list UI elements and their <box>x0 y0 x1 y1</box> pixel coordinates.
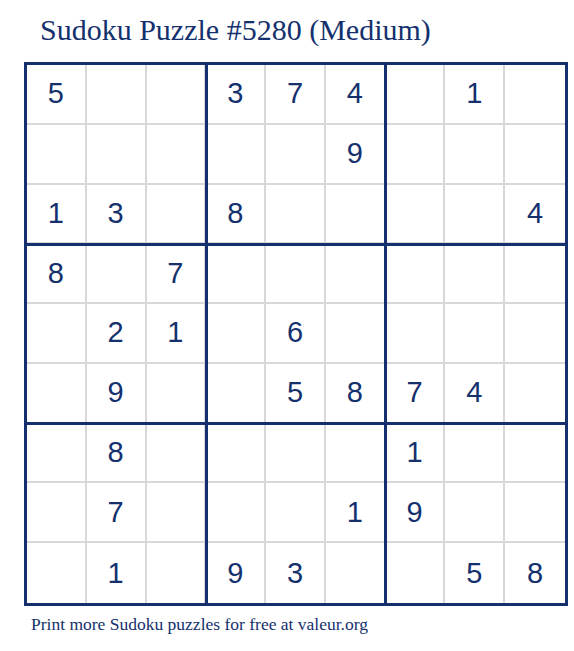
sudoku-cell-r7c4 <box>206 424 266 484</box>
sudoku-cell-r9c2: 1 <box>87 543 147 603</box>
sudoku-cell-r1c2 <box>87 65 147 125</box>
sudoku-cell-r6c3 <box>147 364 207 424</box>
sudoku-cell-r1c1: 5 <box>27 65 87 125</box>
sudoku-cell-r1c4: 3 <box>206 65 266 125</box>
sudoku-cell-r6c2: 9 <box>87 364 147 424</box>
sudoku-cell-r3c6 <box>326 185 386 245</box>
sudoku-cell-r8c4 <box>206 483 266 543</box>
sudoku-cell-r4c9 <box>505 244 565 304</box>
sudoku-cell-r8c7: 9 <box>386 483 446 543</box>
sudoku-cell-r5c9 <box>505 304 565 364</box>
sudoku-cell-r8c5 <box>266 483 326 543</box>
sudoku-cell-r3c7 <box>386 185 446 245</box>
sudoku-cell-r4c3: 7 <box>147 244 207 304</box>
sudoku-cell-r9c7 <box>386 543 446 603</box>
sudoku-cell-r9c4: 9 <box>206 543 266 603</box>
sudoku-cell-r4c1: 8 <box>27 244 87 304</box>
sudoku-cell-r6c7: 7 <box>386 364 446 424</box>
sudoku-cell-r2c5 <box>266 125 326 185</box>
sudoku-cell-r4c2 <box>87 244 147 304</box>
sudoku-cell-r3c9: 4 <box>505 185 565 245</box>
sudoku-cell-r7c6 <box>326 424 386 484</box>
sudoku-cell-r6c6: 8 <box>326 364 386 424</box>
sudoku-cell-r2c3 <box>147 125 207 185</box>
sudoku-cell-r6c9 <box>505 364 565 424</box>
sudoku-cell-r5c6 <box>326 304 386 364</box>
sudoku-cell-r3c4: 8 <box>206 185 266 245</box>
footer-text: Print more Sudoku puzzles for free at va… <box>31 614 368 635</box>
sudoku-cell-r1c6: 4 <box>326 65 386 125</box>
sudoku-cell-r1c3 <box>147 65 207 125</box>
sudoku-cell-r8c2: 7 <box>87 483 147 543</box>
sudoku-cell-r1c8: 1 <box>445 65 505 125</box>
sudoku-cell-r3c8 <box>445 185 505 245</box>
sudoku-cell-r8c3 <box>147 483 207 543</box>
sudoku-cell-r5c1 <box>27 304 87 364</box>
sudoku-cell-r7c5 <box>266 424 326 484</box>
sudoku-cell-r8c1 <box>27 483 87 543</box>
sudoku-cell-r1c5: 7 <box>266 65 326 125</box>
sudoku-cell-r8c9 <box>505 483 565 543</box>
sudoku-cell-r5c3: 1 <box>147 304 207 364</box>
sudoku-cell-r5c2: 2 <box>87 304 147 364</box>
sudoku-cell-r8c6: 1 <box>326 483 386 543</box>
sudoku-cell-r9c9: 8 <box>505 543 565 603</box>
sudoku-board: 537419138487216958748171919358 <box>24 62 568 606</box>
sudoku-page: Sudoku Puzzle #5280 (Medium) 53741913848… <box>0 0 574 651</box>
sudoku-cell-r2c9 <box>505 125 565 185</box>
sudoku-cell-r4c4 <box>206 244 266 304</box>
sudoku-cell-r2c6: 9 <box>326 125 386 185</box>
sudoku-cell-r3c1: 1 <box>27 185 87 245</box>
sudoku-cell-r7c8 <box>445 424 505 484</box>
sudoku-cell-r9c5: 3 <box>266 543 326 603</box>
sudoku-cell-r6c5: 5 <box>266 364 326 424</box>
sudoku-cell-r5c5: 6 <box>266 304 326 364</box>
sudoku-cell-r6c1 <box>27 364 87 424</box>
sudoku-cell-r7c3 <box>147 424 207 484</box>
sudoku-cell-r3c3 <box>147 185 207 245</box>
sudoku-cell-r4c6 <box>326 244 386 304</box>
sudoku-cell-r4c7 <box>386 244 446 304</box>
sudoku-cell-r1c9 <box>505 65 565 125</box>
sudoku-cell-r7c7: 1 <box>386 424 446 484</box>
sudoku-cell-r7c9 <box>505 424 565 484</box>
sudoku-cell-r3c5 <box>266 185 326 245</box>
sudoku-cell-r6c4 <box>206 364 266 424</box>
sudoku-cell-r9c1 <box>27 543 87 603</box>
sudoku-cell-r2c7 <box>386 125 446 185</box>
sudoku-cell-r7c2: 8 <box>87 424 147 484</box>
sudoku-cell-r5c4 <box>206 304 266 364</box>
sudoku-cell-r7c1 <box>27 424 87 484</box>
sudoku-cell-r6c8: 4 <box>445 364 505 424</box>
sudoku-cell-r3c2: 3 <box>87 185 147 245</box>
sudoku-cell-r4c5 <box>266 244 326 304</box>
sudoku-cell-r9c3 <box>147 543 207 603</box>
sudoku-cell-r2c2 <box>87 125 147 185</box>
sudoku-cell-r2c1 <box>27 125 87 185</box>
sudoku-cell-r4c8 <box>445 244 505 304</box>
sudoku-cell-r2c8 <box>445 125 505 185</box>
sudoku-cell-r5c8 <box>445 304 505 364</box>
sudoku-cell-r2c4 <box>206 125 266 185</box>
sudoku-cell-r5c7 <box>386 304 446 364</box>
page-title: Sudoku Puzzle #5280 (Medium) <box>40 12 431 48</box>
sudoku-cell-r8c8 <box>445 483 505 543</box>
sudoku-cell-r9c6 <box>326 543 386 603</box>
sudoku-cell-r1c7 <box>386 65 446 125</box>
sudoku-cell-r9c8: 5 <box>445 543 505 603</box>
